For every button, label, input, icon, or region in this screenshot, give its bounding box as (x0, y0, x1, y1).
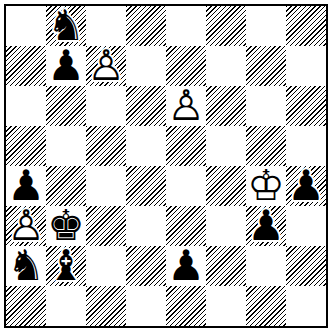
square-a7[interactable] (6, 46, 46, 86)
black-knight-icon: ♞ (6, 246, 46, 286)
black-knight-icon: ♞ (46, 6, 86, 46)
piece-white-pawn[interactable]: ♟♙ (6, 206, 46, 246)
square-f8[interactable] (206, 6, 246, 46)
square-a8[interactable] (6, 6, 46, 46)
square-f3[interactable] (206, 206, 246, 246)
square-c8[interactable] (86, 6, 126, 46)
square-c7[interactable]: ♟♙ (86, 46, 126, 86)
square-e7[interactable] (166, 46, 206, 86)
square-c1[interactable] (86, 286, 126, 326)
chess-board: ♞♞♟♟♟♙♟♙♟♟♚♔♟♟♟♙♚♚♟♟♞♞♝♝♟♟ (6, 6, 326, 326)
square-g8[interactable] (246, 6, 286, 46)
black-pawn-icon: ♟ (6, 166, 46, 206)
square-b6[interactable] (46, 86, 86, 126)
piece-black-bishop[interactable]: ♝♝ (46, 246, 86, 286)
square-a2[interactable]: ♞♞ (6, 246, 46, 286)
piece-black-pawn[interactable]: ♟♟ (166, 246, 206, 286)
square-g1[interactable] (246, 286, 286, 326)
piece-black-pawn[interactable]: ♟♟ (6, 166, 46, 206)
square-h1[interactable] (286, 286, 326, 326)
black-pawn-icon: ♟ (166, 246, 206, 286)
square-f1[interactable] (206, 286, 246, 326)
square-d8[interactable] (126, 6, 166, 46)
square-c3[interactable] (86, 206, 126, 246)
black-pawn-icon: ♟ (246, 206, 286, 246)
square-c2[interactable] (86, 246, 126, 286)
square-c4[interactable] (86, 166, 126, 206)
piece-black-pawn[interactable]: ♟♟ (246, 206, 286, 246)
square-h7[interactable] (286, 46, 326, 86)
square-d2[interactable] (126, 246, 166, 286)
piece-black-pawn[interactable]: ♟♟ (46, 46, 86, 86)
black-pawn-icon: ♟ (46, 46, 86, 86)
square-e6[interactable]: ♟♙ (166, 86, 206, 126)
piece-black-king[interactable]: ♚♚ (46, 206, 86, 246)
square-e4[interactable] (166, 166, 206, 206)
square-g3[interactable]: ♟♟ (246, 206, 286, 246)
square-b3[interactable]: ♚♚ (46, 206, 86, 246)
square-b7[interactable]: ♟♟ (46, 46, 86, 86)
black-king-icon: ♚ (46, 206, 86, 246)
square-d5[interactable] (126, 126, 166, 166)
square-a3[interactable]: ♟♙ (6, 206, 46, 246)
white-pawn-icon: ♙ (166, 86, 206, 126)
black-bishop-icon: ♝ (46, 246, 86, 286)
square-g7[interactable] (246, 46, 286, 86)
square-a4[interactable]: ♟♟ (6, 166, 46, 206)
piece-black-knight[interactable]: ♞♞ (6, 246, 46, 286)
square-d6[interactable] (126, 86, 166, 126)
square-e8[interactable] (166, 6, 206, 46)
square-e1[interactable] (166, 286, 206, 326)
white-pawn-icon: ♙ (6, 206, 46, 246)
square-h4[interactable]: ♟♟ (286, 166, 326, 206)
square-b4[interactable] (46, 166, 86, 206)
piece-black-pawn[interactable]: ♟♟ (286, 166, 326, 206)
piece-black-knight[interactable]: ♞♞ (46, 6, 86, 46)
square-f5[interactable] (206, 126, 246, 166)
square-f6[interactable] (206, 86, 246, 126)
white-pawn-icon: ♙ (86, 46, 126, 86)
square-e2[interactable]: ♟♟ (166, 246, 206, 286)
square-g6[interactable] (246, 86, 286, 126)
square-a5[interactable] (6, 126, 46, 166)
square-b5[interactable] (46, 126, 86, 166)
chess-diagram-frame: ♞♞♟♟♟♙♟♙♟♟♚♔♟♟♟♙♚♚♟♟♞♞♝♝♟♟ (4, 4, 328, 328)
square-e3[interactable] (166, 206, 206, 246)
square-b8[interactable]: ♞♞ (46, 6, 86, 46)
square-d1[interactable] (126, 286, 166, 326)
square-a6[interactable] (6, 86, 46, 126)
piece-white-pawn[interactable]: ♟♙ (86, 46, 126, 86)
square-h6[interactable] (286, 86, 326, 126)
square-f7[interactable] (206, 46, 246, 86)
square-c5[interactable] (86, 126, 126, 166)
square-g4[interactable]: ♚♔ (246, 166, 286, 206)
square-g2[interactable] (246, 246, 286, 286)
black-pawn-icon: ♟ (286, 166, 326, 206)
square-h8[interactable] (286, 6, 326, 46)
square-d7[interactable] (126, 46, 166, 86)
white-king-icon: ♔ (246, 166, 286, 206)
piece-white-pawn[interactable]: ♟♙ (166, 86, 206, 126)
square-g5[interactable] (246, 126, 286, 166)
square-b1[interactable] (46, 286, 86, 326)
square-d3[interactable] (126, 206, 166, 246)
square-b2[interactable]: ♝♝ (46, 246, 86, 286)
square-f2[interactable] (206, 246, 246, 286)
square-h2[interactable] (286, 246, 326, 286)
square-d4[interactable] (126, 166, 166, 206)
square-f4[interactable] (206, 166, 246, 206)
square-e5[interactable] (166, 126, 206, 166)
square-a1[interactable] (6, 286, 46, 326)
square-h5[interactable] (286, 126, 326, 166)
piece-white-king[interactable]: ♚♔ (246, 166, 286, 206)
square-c6[interactable] (86, 86, 126, 126)
square-h3[interactable] (286, 206, 326, 246)
